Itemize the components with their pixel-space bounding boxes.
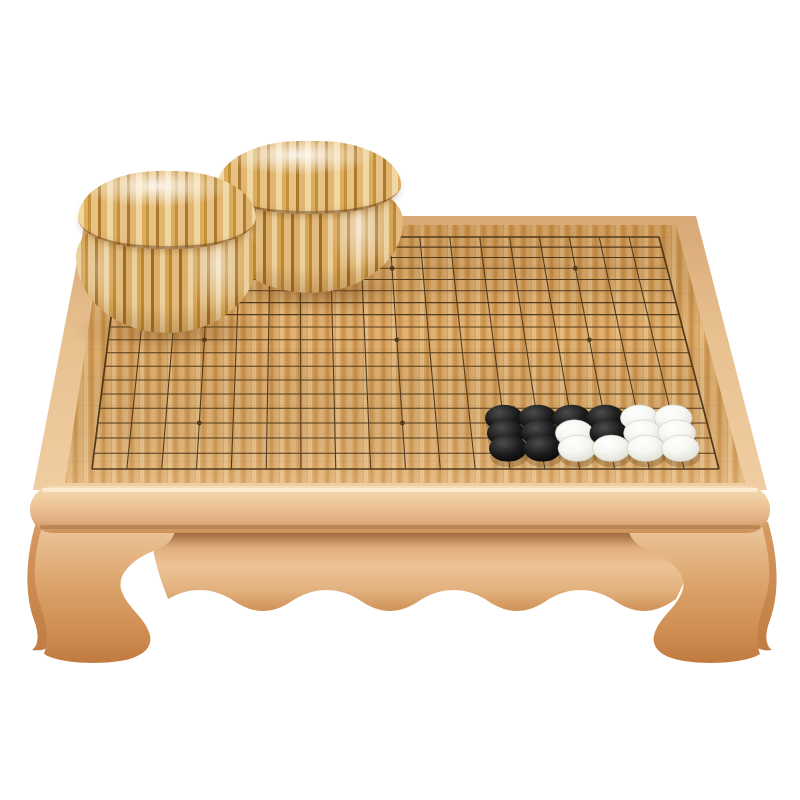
go-stone-black xyxy=(524,435,562,461)
go-stones xyxy=(485,405,699,462)
go-stone-white xyxy=(661,435,699,461)
go-stone-white xyxy=(592,435,630,461)
bowl-lid-left xyxy=(78,171,256,249)
go-stone-white xyxy=(627,435,665,461)
go-stone-black xyxy=(489,435,527,461)
go-table-svg xyxy=(0,0,800,800)
stone-bowl-left xyxy=(76,171,258,333)
product-scene xyxy=(0,0,800,800)
go-stone-white xyxy=(558,435,596,461)
table-apron xyxy=(110,530,696,611)
